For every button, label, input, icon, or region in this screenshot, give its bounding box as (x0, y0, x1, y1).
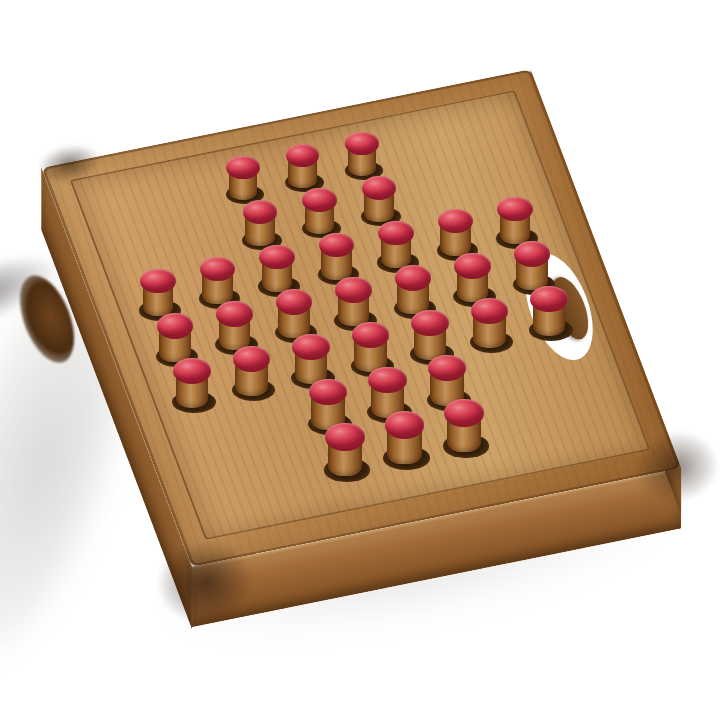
peg-r7c3[interactable] (325, 423, 365, 481)
peg-r5c7[interactable] (530, 286, 567, 341)
peg-r7c5[interactable] (444, 399, 484, 457)
scene (0, 0, 720, 720)
peg-r2c5[interactable] (362, 176, 396, 226)
peg-red-top (352, 322, 389, 348)
peg-red-top (454, 253, 490, 278)
peg-red-top (286, 144, 319, 167)
peg-red-top (385, 411, 425, 439)
peg-red-top (302, 188, 336, 212)
peg-red-top (243, 200, 277, 224)
peg-r2c4[interactable] (302, 188, 336, 238)
peg-red-top (345, 132, 378, 155)
peg-r7c4[interactable] (385, 411, 425, 469)
peg-r1c5[interactable] (345, 132, 378, 181)
peg-red-top (157, 313, 193, 338)
peg-red-top (173, 358, 210, 384)
peg-red-top (514, 241, 550, 266)
peg-red-top (319, 233, 354, 258)
peg-r5c2[interactable] (233, 346, 270, 401)
peg-red-top (395, 265, 431, 290)
peg-red-top (497, 197, 532, 222)
peg-red-top (292, 334, 329, 360)
peg-red-top (233, 346, 270, 372)
peg-red-top (411, 310, 448, 336)
peg-red-top (530, 286, 567, 312)
peg-red-top (362, 176, 396, 200)
peg-red-top (368, 367, 407, 394)
peg-red-top (226, 156, 259, 179)
peg-red-top (335, 277, 371, 302)
peg-red-top (216, 301, 252, 326)
peg-red-top (378, 221, 413, 246)
peg-red-top (438, 209, 473, 234)
peg-r2c3[interactable] (243, 200, 277, 250)
peg-red-top (200, 257, 235, 282)
peg-red-top (259, 245, 294, 270)
peg-red-top (471, 298, 508, 324)
peg-red-top (444, 399, 484, 427)
peg-red-top (325, 423, 365, 451)
peg-r5c1[interactable] (173, 358, 210, 413)
peg-r5c6[interactable] (471, 298, 508, 353)
peg-r1c3[interactable] (226, 156, 259, 205)
peg-red-top (140, 269, 175, 294)
peg-red-top (276, 289, 312, 314)
peg-r1c4[interactable] (286, 144, 319, 193)
